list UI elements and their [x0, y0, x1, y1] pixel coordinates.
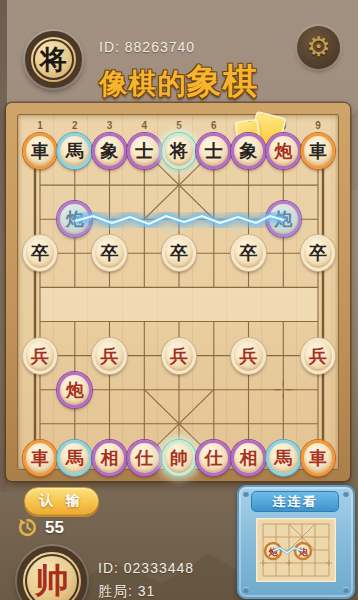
- board-cell: [23, 168, 58, 202]
- wins-count: 胜局: 31: [98, 583, 155, 600]
- board-cell: 士: [196, 134, 231, 168]
- board-cell: [266, 168, 301, 202]
- undo-count-value: 55: [45, 518, 64, 538]
- board-cell: 車: [23, 441, 58, 475]
- board-cell: [57, 270, 92, 304]
- board-cell: [266, 407, 301, 441]
- board-cell: [196, 338, 231, 372]
- piece-red-elephant[interactable]: 相: [92, 440, 127, 476]
- board-cell: [92, 407, 127, 441]
- board-cell: 炮: [57, 202, 92, 236]
- piece-glyph: 兵: [31, 346, 49, 364]
- piece-black-advisor[interactable]: 士: [196, 133, 231, 169]
- board-cell: [127, 236, 162, 270]
- piece-red-advisor[interactable]: 仕: [196, 440, 231, 476]
- board-cell: [162, 407, 197, 441]
- board-cell: 馬: [266, 441, 301, 475]
- piece-glyph: 馬: [274, 448, 292, 466]
- board-cell: [231, 270, 266, 304]
- board-cell: [127, 407, 162, 441]
- piece-red-chariot[interactable]: 車: [301, 440, 336, 476]
- board-cell: 仕: [127, 441, 162, 475]
- piece-glyph: 兵: [100, 346, 118, 364]
- file-number: 9: [301, 120, 336, 131]
- board-cell: [231, 304, 266, 338]
- piece-red-cannon[interactable]: 炮: [266, 133, 301, 169]
- board-cell: 卒: [92, 236, 127, 270]
- board-cell: 士: [127, 134, 162, 168]
- piece-black-horse[interactable]: 馬: [57, 133, 92, 169]
- board-cell: [162, 168, 197, 202]
- svg-text:炮: 炮: [298, 547, 309, 557]
- opponent-id: ID: 88263740: [99, 39, 195, 55]
- board-cell: [196, 236, 231, 270]
- board-cell: 卒: [162, 236, 197, 270]
- piece-glyph: 仕: [205, 448, 223, 466]
- board-cell: 兵: [23, 338, 58, 372]
- board-cell: [301, 202, 336, 236]
- board-cell: [266, 236, 301, 270]
- board-cell: 車: [301, 134, 336, 168]
- board-cell: [127, 338, 162, 372]
- piece-glyph: 卒: [100, 244, 118, 262]
- linklink-minigame-panel[interactable]: 连连看 炮 炮: [237, 485, 355, 599]
- piece-glyph: 車: [309, 141, 327, 159]
- player-avatar: 帅: [17, 546, 87, 600]
- piece-glyph: 将: [170, 141, 188, 159]
- xiangqi-board[interactable]: 車馬象士将士象炮車炮炮卒卒卒卒卒兵兵兵兵兵炮車馬相仕帥仕相馬車: [23, 134, 336, 475]
- piece-glyph: 兵: [170, 346, 188, 364]
- board-cell: [266, 373, 301, 407]
- board-cell: [196, 168, 231, 202]
- piece-glyph: 炮: [274, 141, 292, 159]
- rivet-icon: [243, 491, 249, 497]
- board-cell: 象: [231, 134, 266, 168]
- board-cell: [301, 304, 336, 338]
- piece-red-soldier[interactable]: 兵: [92, 338, 127, 374]
- piece-glyph: 車: [31, 448, 49, 466]
- player-id: ID: 02333448: [98, 560, 194, 576]
- board-cell: 炮: [266, 134, 301, 168]
- file-number: 1: [23, 120, 58, 131]
- board-cell: [127, 270, 162, 304]
- piece-red-advisor[interactable]: 仕: [127, 440, 162, 476]
- piece-glyph: 卒: [31, 244, 49, 262]
- board-cell: [127, 373, 162, 407]
- history-clock-icon: [17, 517, 38, 538]
- board-cell: 卒: [231, 236, 266, 270]
- game-title: 像棋的象棋: [0, 58, 358, 105]
- piece-black-chariot[interactable]: 車: [23, 133, 58, 169]
- board-cell: [127, 304, 162, 338]
- board-cell: 卒: [23, 236, 58, 270]
- file-number: 5: [162, 120, 197, 131]
- board-cell: [92, 168, 127, 202]
- board-cell: [92, 373, 127, 407]
- piece-black-soldier[interactable]: 卒: [162, 235, 197, 271]
- board-cell: [162, 373, 197, 407]
- piece-glyph: 炮: [274, 210, 292, 228]
- board-cell: [92, 202, 127, 236]
- piece-black-elephant[interactable]: 象: [231, 133, 266, 169]
- piece-glyph: 象: [239, 141, 257, 159]
- file-number: 6: [196, 120, 231, 131]
- board-cell: [57, 236, 92, 270]
- board-cell: [57, 168, 92, 202]
- piece-black-elephant[interactable]: 象: [92, 133, 127, 169]
- board-cell: [231, 202, 266, 236]
- board-cell: [92, 304, 127, 338]
- piece-glyph: 士: [205, 141, 223, 159]
- piece-glyph: 卒: [309, 244, 327, 262]
- piece-red-soldier[interactable]: 兵: [162, 338, 197, 374]
- board-cell: [127, 168, 162, 202]
- player-avatar-piece-char: 帅: [35, 558, 69, 600]
- piece-glyph: 兵: [239, 346, 257, 364]
- board-cell: [57, 304, 92, 338]
- rivet-icon: [243, 587, 249, 593]
- board-cell: 相: [231, 441, 266, 475]
- board-cell: 車: [23, 134, 58, 168]
- board-cell: 帥: [162, 441, 197, 475]
- board-cell: [301, 168, 336, 202]
- game-title-left: 像棋的: [100, 68, 187, 99]
- rivet-icon: [343, 587, 349, 593]
- piece-red-chariot[interactable]: 車: [23, 440, 58, 476]
- linklink-title-button[interactable]: 连连看: [251, 491, 339, 512]
- board-cell: [23, 304, 58, 338]
- piece-red-soldier[interactable]: 兵: [231, 338, 266, 374]
- board-cell: 将: [162, 134, 197, 168]
- file-number: 4: [127, 120, 162, 131]
- piece-glyph: 炮: [66, 380, 84, 398]
- piece-red-cannon[interactable]: 炮: [57, 372, 92, 408]
- piece-glyph: 兵: [309, 346, 327, 364]
- resign-button[interactable]: 认 输: [24, 487, 99, 515]
- piece-glyph: 車: [31, 141, 49, 159]
- mini-board-preview: 炮 炮: [256, 518, 336, 582]
- piece-black-soldier[interactable]: 卒: [231, 235, 266, 271]
- piece-red-horse[interactable]: 馬: [57, 440, 92, 476]
- board-cell: 仕: [196, 441, 231, 475]
- board-cell: [196, 202, 231, 236]
- piece-black-cannon[interactable]: 炮: [57, 201, 92, 237]
- board-cell: [196, 304, 231, 338]
- board-cell: [162, 304, 197, 338]
- piece-red-horse[interactable]: 馬: [266, 440, 301, 476]
- board-cell: [162, 202, 197, 236]
- rivet-icon: [343, 491, 349, 497]
- piece-black-chariot[interactable]: 車: [301, 133, 336, 169]
- board-cell: 兵: [231, 338, 266, 372]
- board-cell: 兵: [92, 338, 127, 372]
- piece-red-soldier[interactable]: 兵: [23, 338, 58, 374]
- piece-glyph: 士: [135, 141, 153, 159]
- piece-glyph: 象: [100, 141, 118, 159]
- board-cell: [23, 373, 58, 407]
- board-cell: 兵: [162, 338, 197, 372]
- board-cell: 炮: [266, 202, 301, 236]
- board-cell: 相: [92, 441, 127, 475]
- piece-black-cannon[interactable]: 炮: [266, 201, 301, 237]
- board-cell: [266, 270, 301, 304]
- board-cell: [127, 202, 162, 236]
- board-cell: [23, 270, 58, 304]
- piece-glyph: 相: [100, 448, 118, 466]
- board-cell: [57, 407, 92, 441]
- board-cell: [301, 373, 336, 407]
- board-cell: [23, 202, 58, 236]
- board-cell: [231, 168, 266, 202]
- piece-glyph: 炮: [66, 210, 84, 228]
- piece-black-general[interactable]: 将: [162, 133, 197, 169]
- board-cell: 炮: [57, 373, 92, 407]
- piece-black-soldier[interactable]: 卒: [23, 235, 58, 271]
- piece-glyph: 仕: [135, 448, 153, 466]
- undo-counter[interactable]: 55: [17, 517, 64, 538]
- board-cell: [266, 304, 301, 338]
- file-number: 2: [57, 120, 92, 131]
- piece-black-advisor[interactable]: 士: [127, 133, 162, 169]
- board-cell: 卒: [301, 236, 336, 270]
- gear-icon: ⚙: [306, 34, 330, 61]
- piece-glyph: 車: [309, 448, 327, 466]
- piece-black-soldier[interactable]: 卒: [301, 235, 336, 271]
- file-numbers-top: 123456789: [23, 120, 336, 131]
- file-number: 3: [92, 120, 127, 131]
- board-cell: 馬: [57, 441, 92, 475]
- board-cell: [92, 270, 127, 304]
- piece-red-general[interactable]: 帥: [162, 440, 197, 476]
- piece-black-soldier[interactable]: 卒: [92, 235, 127, 271]
- piece-glyph: 卒: [170, 244, 188, 262]
- board-cell: [301, 407, 336, 441]
- piece-glyph: 馬: [66, 448, 84, 466]
- piece-glyph: 卒: [239, 244, 257, 262]
- board-cell: [301, 270, 336, 304]
- piece-glyph: 馬: [66, 141, 84, 159]
- board-cell: 象: [92, 134, 127, 168]
- game-title-right: 象棋: [187, 62, 259, 101]
- board-cell: 馬: [57, 134, 92, 168]
- board-cell: [196, 270, 231, 304]
- board-cell: [196, 407, 231, 441]
- board-cell: 兵: [301, 338, 336, 372]
- board-cell: [231, 373, 266, 407]
- board-cell: [266, 338, 301, 372]
- piece-glyph: 帥: [170, 448, 188, 466]
- board-cell: [162, 270, 197, 304]
- board-cell: [231, 407, 266, 441]
- piece-glyph: 相: [239, 448, 257, 466]
- piece-red-soldier[interactable]: 兵: [301, 338, 336, 374]
- board-cell: [23, 407, 58, 441]
- piece-red-elephant[interactable]: 相: [231, 440, 266, 476]
- board-cell: 車: [301, 441, 336, 475]
- board-cell: [196, 373, 231, 407]
- board-cell: [57, 338, 92, 372]
- xiangqi-app: 将 ID: 88263740 ⚙ 像棋的象棋 123456789 九八七六五四三…: [0, 0, 358, 600]
